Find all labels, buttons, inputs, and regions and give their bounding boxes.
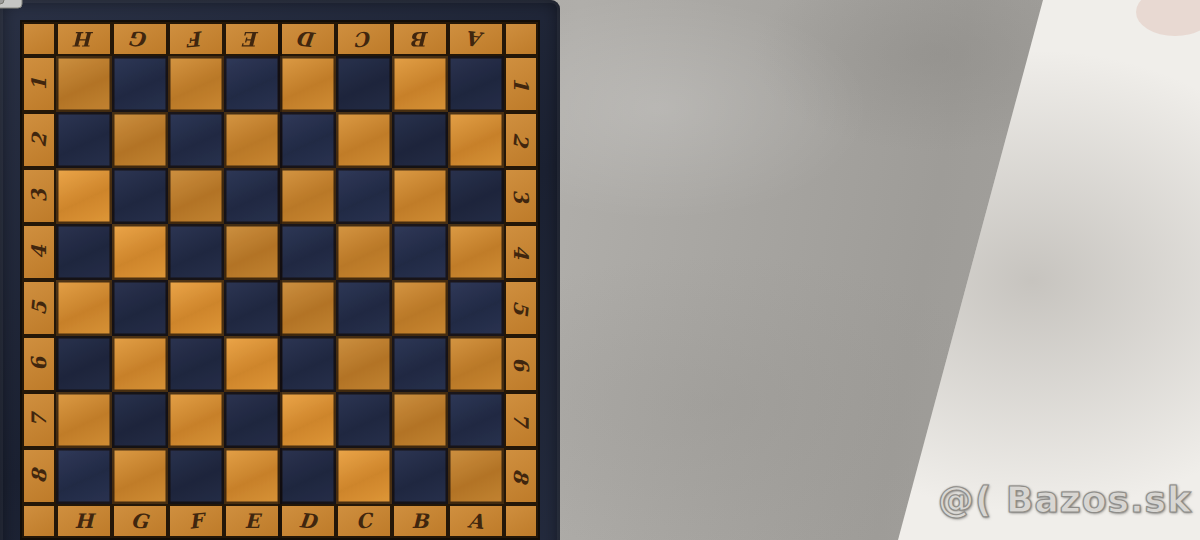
watermark: @( Bazos.sk [938, 479, 1192, 520]
metal-clasp [0, 0, 22, 8]
photo-scene: HGFEDCBA1122334455667788HGFEDCBA ♜♞♝♛♚♞♜… [0, 0, 1200, 540]
